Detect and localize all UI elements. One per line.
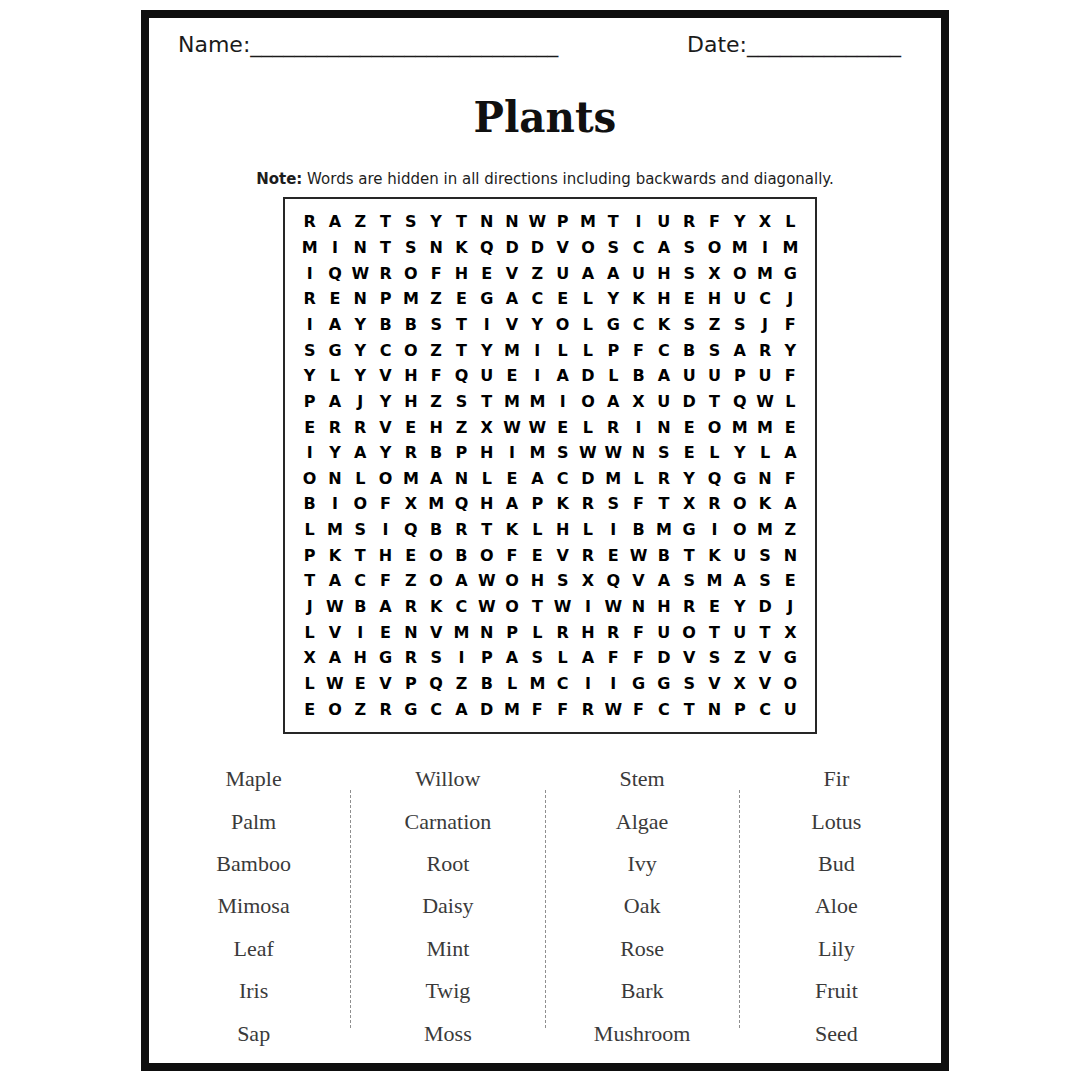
grid-cell-h15[interactable]: W — [474, 568, 499, 594]
grid-cell-s5[interactable]: J — [752, 312, 777, 338]
grid-cell-k7[interactable]: A — [550, 363, 575, 389]
grid-cell-f13[interactable]: B — [423, 517, 448, 543]
grid-cell-g3[interactable]: H — [449, 260, 474, 286]
grid-cell-c20[interactable]: Z — [348, 696, 373, 722]
grid-cell-e19[interactable]: P — [398, 671, 423, 697]
grid-cell-g19[interactable]: Z — [449, 671, 474, 697]
grid-cell-e11[interactable]: M — [398, 465, 423, 491]
grid-cell-p6[interactable]: B — [676, 337, 701, 363]
grid-cell-f6[interactable]: Z — [423, 337, 448, 363]
grid-cell-g2[interactable]: K — [449, 235, 474, 261]
grid-cell-b18[interactable]: A — [322, 645, 347, 671]
grid-cell-q13[interactable]: I — [702, 517, 727, 543]
grid-cell-c11[interactable]: L — [348, 465, 373, 491]
grid-cell-h7[interactable]: U — [474, 363, 499, 389]
grid-cell-l20[interactable]: R — [575, 696, 600, 722]
grid-cell-r7[interactable]: P — [727, 363, 752, 389]
grid-cell-c3[interactable]: W — [348, 260, 373, 286]
grid-cell-e5[interactable]: B — [398, 312, 423, 338]
grid-cell-t9[interactable]: E — [778, 414, 803, 440]
grid-cell-s14[interactable]: S — [752, 542, 777, 568]
grid-cell-i12[interactable]: A — [499, 491, 524, 517]
grid-cell-n20[interactable]: F — [626, 696, 651, 722]
grid-cell-j10[interactable]: M — [525, 440, 550, 466]
grid-cell-q16[interactable]: E — [702, 594, 727, 620]
grid-cell-t18[interactable]: G — [778, 645, 803, 671]
grid-cell-t4[interactable]: J — [778, 286, 803, 312]
grid-cell-b7[interactable]: L — [322, 363, 347, 389]
grid-cell-s19[interactable]: V — [752, 671, 777, 697]
grid-cell-b3[interactable]: Q — [322, 260, 347, 286]
grid-cell-c8[interactable]: J — [348, 389, 373, 415]
grid-cell-d1[interactable]: T — [373, 209, 398, 235]
grid-cell-m5[interactable]: G — [601, 312, 626, 338]
grid-cell-o11[interactable]: R — [651, 465, 676, 491]
grid-cell-s18[interactable]: V — [752, 645, 777, 671]
grid-cell-q19[interactable]: V — [702, 671, 727, 697]
grid-cell-a6[interactable]: S — [297, 337, 322, 363]
grid-cell-q20[interactable]: N — [702, 696, 727, 722]
grid-cell-g7[interactable]: Q — [449, 363, 474, 389]
grid-cell-b19[interactable]: W — [322, 671, 347, 697]
grid-cell-a19[interactable]: L — [297, 671, 322, 697]
grid-cell-l12[interactable]: R — [575, 491, 600, 517]
grid-cell-j6[interactable]: I — [525, 337, 550, 363]
grid-cell-h17[interactable]: N — [474, 619, 499, 645]
grid-cell-a13[interactable]: L — [297, 517, 322, 543]
grid-cell-s20[interactable]: C — [752, 696, 777, 722]
grid-cell-c1[interactable]: Z — [348, 209, 373, 235]
grid-cell-s10[interactable]: L — [752, 440, 777, 466]
grid-cell-l10[interactable]: W — [575, 440, 600, 466]
grid-cell-m12[interactable]: S — [601, 491, 626, 517]
grid-cell-f14[interactable]: O — [423, 542, 448, 568]
grid-cell-f19[interactable]: Q — [423, 671, 448, 697]
grid-cell-l1[interactable]: M — [575, 209, 600, 235]
grid-cell-a20[interactable]: E — [297, 696, 322, 722]
grid-cell-s2[interactable]: I — [752, 235, 777, 261]
grid-cell-t8[interactable]: L — [778, 389, 803, 415]
grid-cell-i20[interactable]: M — [499, 696, 524, 722]
grid-cell-h16[interactable]: W — [474, 594, 499, 620]
grid-cell-m8[interactable]: A — [601, 389, 626, 415]
grid-cell-j3[interactable]: Z — [525, 260, 550, 286]
grid-cell-t10[interactable]: A — [778, 440, 803, 466]
grid-cell-j8[interactable]: M — [525, 389, 550, 415]
grid-cell-a15[interactable]: T — [297, 568, 322, 594]
grid-cell-q17[interactable]: T — [702, 619, 727, 645]
grid-cell-h12[interactable]: H — [474, 491, 499, 517]
grid-cell-t14[interactable]: N — [778, 542, 803, 568]
grid-cell-k17[interactable]: R — [550, 619, 575, 645]
grid-cell-s17[interactable]: T — [752, 619, 777, 645]
grid-cell-n16[interactable]: N — [626, 594, 651, 620]
grid-cell-e17[interactable]: N — [398, 619, 423, 645]
grid-cell-t16[interactable]: J — [778, 594, 803, 620]
grid-cell-d12[interactable]: F — [373, 491, 398, 517]
grid-cell-c15[interactable]: C — [348, 568, 373, 594]
grid-cell-j20[interactable]: F — [525, 696, 550, 722]
grid-cell-d7[interactable]: V — [373, 363, 398, 389]
grid-cell-d5[interactable]: B — [373, 312, 398, 338]
grid-cell-i15[interactable]: O — [499, 568, 524, 594]
grid-cell-h8[interactable]: T — [474, 389, 499, 415]
grid-cell-i3[interactable]: V — [499, 260, 524, 286]
grid-cell-n4[interactable]: K — [626, 286, 651, 312]
grid-cell-t1[interactable]: L — [778, 209, 803, 235]
grid-cell-g15[interactable]: A — [449, 568, 474, 594]
grid-cell-o4[interactable]: H — [651, 286, 676, 312]
grid-cell-f4[interactable]: Z — [423, 286, 448, 312]
grid-cell-b8[interactable]: A — [322, 389, 347, 415]
grid-cell-a4[interactable]: R — [297, 286, 322, 312]
grid-cell-g14[interactable]: B — [449, 542, 474, 568]
grid-cell-n15[interactable]: V — [626, 568, 651, 594]
grid-cell-p1[interactable]: R — [676, 209, 701, 235]
grid-cell-b2[interactable]: I — [322, 235, 347, 261]
grid-cell-b9[interactable]: R — [322, 414, 347, 440]
grid-cell-i14[interactable]: F — [499, 542, 524, 568]
grid-cell-m9[interactable]: R — [601, 414, 626, 440]
grid-cell-t2[interactable]: M — [778, 235, 803, 261]
grid-cell-s7[interactable]: U — [752, 363, 777, 389]
grid-cell-p7[interactable]: U — [676, 363, 701, 389]
grid-cell-m4[interactable]: Y — [601, 286, 626, 312]
grid-cell-s1[interactable]: X — [752, 209, 777, 235]
grid-cell-b14[interactable]: K — [322, 542, 347, 568]
grid-cell-j4[interactable]: C — [525, 286, 550, 312]
grid-cell-g5[interactable]: T — [449, 312, 474, 338]
grid-cell-f11[interactable]: A — [423, 465, 448, 491]
grid-cell-k16[interactable]: W — [550, 594, 575, 620]
grid-cell-h20[interactable]: D — [474, 696, 499, 722]
grid-cell-n14[interactable]: W — [626, 542, 651, 568]
grid-cell-r18[interactable]: Z — [727, 645, 752, 671]
grid-cell-o1[interactable]: U — [651, 209, 676, 235]
grid-cell-j14[interactable]: E — [525, 542, 550, 568]
grid-cell-o14[interactable]: B — [651, 542, 676, 568]
grid-cell-l4[interactable]: L — [575, 286, 600, 312]
grid-cell-i5[interactable]: V — [499, 312, 524, 338]
grid-cell-s11[interactable]: N — [752, 465, 777, 491]
grid-cell-q12[interactable]: R — [702, 491, 727, 517]
grid-cell-h11[interactable]: L — [474, 465, 499, 491]
grid-cell-l6[interactable]: L — [575, 337, 600, 363]
grid-cell-d8[interactable]: Y — [373, 389, 398, 415]
grid-cell-d19[interactable]: V — [373, 671, 398, 697]
grid-cell-c12[interactable]: O — [348, 491, 373, 517]
grid-cell-f2[interactable]: N — [423, 235, 448, 261]
grid-cell-b6[interactable]: G — [322, 337, 347, 363]
grid-cell-o15[interactable]: A — [651, 568, 676, 594]
grid-cell-e10[interactable]: R — [398, 440, 423, 466]
grid-cell-i1[interactable]: N — [499, 209, 524, 235]
grid-cell-f3[interactable]: F — [423, 260, 448, 286]
grid-cell-f20[interactable]: C — [423, 696, 448, 722]
grid-cell-b12[interactable]: I — [322, 491, 347, 517]
grid-cell-o8[interactable]: U — [651, 389, 676, 415]
grid-cell-p2[interactable]: S — [676, 235, 701, 261]
grid-cell-o6[interactable]: C — [651, 337, 676, 363]
grid-cell-n6[interactable]: F — [626, 337, 651, 363]
grid-cell-h6[interactable]: Y — [474, 337, 499, 363]
grid-cell-q11[interactable]: Q — [702, 465, 727, 491]
grid-cell-q9[interactable]: O — [702, 414, 727, 440]
grid-cell-p10[interactable]: E — [676, 440, 701, 466]
grid-cell-f9[interactable]: H — [423, 414, 448, 440]
grid-cell-a5[interactable]: I — [297, 312, 322, 338]
grid-cell-c17[interactable]: I — [348, 619, 373, 645]
grid-cell-q7[interactable]: U — [702, 363, 727, 389]
grid-cell-l19[interactable]: I — [575, 671, 600, 697]
grid-cell-q10[interactable]: L — [702, 440, 727, 466]
grid-cell-e16[interactable]: R — [398, 594, 423, 620]
grid-cell-l11[interactable]: D — [575, 465, 600, 491]
grid-cell-i16[interactable]: O — [499, 594, 524, 620]
grid-cell-k11[interactable]: C — [550, 465, 575, 491]
grid-cell-c14[interactable]: T — [348, 542, 373, 568]
grid-cell-n2[interactable]: C — [626, 235, 651, 261]
grid-cell-g16[interactable]: C — [449, 594, 474, 620]
grid-cell-l13[interactable]: L — [575, 517, 600, 543]
grid-cell-o5[interactable]: K — [651, 312, 676, 338]
grid-cell-p5[interactable]: S — [676, 312, 701, 338]
grid-cell-h2[interactable]: Q — [474, 235, 499, 261]
grid-cell-m1[interactable]: T — [601, 209, 626, 235]
grid-cell-q15[interactable]: M — [702, 568, 727, 594]
grid-cell-p18[interactable]: V — [676, 645, 701, 671]
grid-cell-c9[interactable]: R — [348, 414, 373, 440]
grid-cell-d10[interactable]: Y — [373, 440, 398, 466]
grid-cell-m19[interactable]: I — [601, 671, 626, 697]
grid-cell-g12[interactable]: Q — [449, 491, 474, 517]
grid-cell-j1[interactable]: W — [525, 209, 550, 235]
grid-cell-n13[interactable]: B — [626, 517, 651, 543]
grid-cell-m15[interactable]: Q — [601, 568, 626, 594]
grid-cell-n8[interactable]: X — [626, 389, 651, 415]
grid-cell-p9[interactable]: E — [676, 414, 701, 440]
grid-cell-h3[interactable]: E — [474, 260, 499, 286]
grid-cell-p8[interactable]: D — [676, 389, 701, 415]
grid-cell-s4[interactable]: C — [752, 286, 777, 312]
grid-cell-n1[interactable]: I — [626, 209, 651, 235]
grid-cell-m6[interactable]: P — [601, 337, 626, 363]
grid-cell-l2[interactable]: O — [575, 235, 600, 261]
grid-cell-j7[interactable]: I — [525, 363, 550, 389]
grid-cell-r20[interactable]: P — [727, 696, 752, 722]
grid-cell-k13[interactable]: H — [550, 517, 575, 543]
grid-cell-f18[interactable]: S — [423, 645, 448, 671]
grid-cell-s15[interactable]: S — [752, 568, 777, 594]
grid-cell-k14[interactable]: V — [550, 542, 575, 568]
grid-cell-r19[interactable]: X — [727, 671, 752, 697]
grid-cell-o10[interactable]: S — [651, 440, 676, 466]
grid-cell-q14[interactable]: K — [702, 542, 727, 568]
grid-cell-b17[interactable]: V — [322, 619, 347, 645]
grid-cell-l15[interactable]: X — [575, 568, 600, 594]
grid-cell-o16[interactable]: H — [651, 594, 676, 620]
grid-cell-t20[interactable]: U — [778, 696, 803, 722]
grid-cell-j17[interactable]: L — [525, 619, 550, 645]
grid-cell-d13[interactable]: I — [373, 517, 398, 543]
grid-cell-d2[interactable]: T — [373, 235, 398, 261]
grid-cell-h4[interactable]: G — [474, 286, 499, 312]
grid-cell-f15[interactable]: O — [423, 568, 448, 594]
grid-cell-a7[interactable]: Y — [297, 363, 322, 389]
grid-cell-g9[interactable]: Z — [449, 414, 474, 440]
grid-cell-k10[interactable]: S — [550, 440, 575, 466]
grid-cell-l5[interactable]: L — [575, 312, 600, 338]
grid-cell-h1[interactable]: N — [474, 209, 499, 235]
grid-cell-p13[interactable]: G — [676, 517, 701, 543]
grid-cell-o13[interactable]: M — [651, 517, 676, 543]
grid-cell-d18[interactable]: G — [373, 645, 398, 671]
grid-cell-g13[interactable]: R — [449, 517, 474, 543]
grid-cell-r11[interactable]: G — [727, 465, 752, 491]
grid-cell-i4[interactable]: A — [499, 286, 524, 312]
grid-cell-q18[interactable]: S — [702, 645, 727, 671]
grid-cell-a11[interactable]: O — [297, 465, 322, 491]
grid-cell-d11[interactable]: O — [373, 465, 398, 491]
grid-cell-k18[interactable]: L — [550, 645, 575, 671]
grid-cell-h13[interactable]: T — [474, 517, 499, 543]
grid-cell-k8[interactable]: I — [550, 389, 575, 415]
grid-cell-c10[interactable]: A — [348, 440, 373, 466]
grid-cell-m20[interactable]: W — [601, 696, 626, 722]
grid-cell-p20[interactable]: T — [676, 696, 701, 722]
grid-cell-s16[interactable]: D — [752, 594, 777, 620]
grid-cell-s3[interactable]: M — [752, 260, 777, 286]
grid-cell-r13[interactable]: O — [727, 517, 752, 543]
grid-cell-k5[interactable]: O — [550, 312, 575, 338]
grid-cell-o12[interactable]: T — [651, 491, 676, 517]
grid-cell-j16[interactable]: T — [525, 594, 550, 620]
grid-cell-i18[interactable]: A — [499, 645, 524, 671]
grid-cell-o3[interactable]: H — [651, 260, 676, 286]
grid-cell-k19[interactable]: C — [550, 671, 575, 697]
grid-cell-p4[interactable]: E — [676, 286, 701, 312]
grid-cell-r4[interactable]: U — [727, 286, 752, 312]
grid-cell-l9[interactable]: L — [575, 414, 600, 440]
grid-cell-s13[interactable]: M — [752, 517, 777, 543]
grid-cell-j12[interactable]: P — [525, 491, 550, 517]
grid-cell-t15[interactable]: E — [778, 568, 803, 594]
grid-cell-h9[interactable]: X — [474, 414, 499, 440]
grid-cell-a2[interactable]: M — [297, 235, 322, 261]
grid-cell-o2[interactable]: A — [651, 235, 676, 261]
grid-cell-m7[interactable]: L — [601, 363, 626, 389]
grid-cell-n12[interactable]: F — [626, 491, 651, 517]
grid-cell-g10[interactable]: P — [449, 440, 474, 466]
grid-cell-r15[interactable]: A — [727, 568, 752, 594]
grid-cell-e3[interactable]: O — [398, 260, 423, 286]
grid-cell-a1[interactable]: R — [297, 209, 322, 235]
grid-cell-e20[interactable]: G — [398, 696, 423, 722]
grid-cell-g18[interactable]: I — [449, 645, 474, 671]
grid-cell-q3[interactable]: X — [702, 260, 727, 286]
grid-cell-a9[interactable]: E — [297, 414, 322, 440]
grid-cell-e1[interactable]: S — [398, 209, 423, 235]
grid-cell-j2[interactable]: D — [525, 235, 550, 261]
grid-cell-a3[interactable]: I — [297, 260, 322, 286]
grid-cell-b11[interactable]: N — [322, 465, 347, 491]
grid-cell-n9[interactable]: I — [626, 414, 651, 440]
grid-cell-l16[interactable]: I — [575, 594, 600, 620]
grid-cell-r2[interactable]: M — [727, 235, 752, 261]
grid-cell-m14[interactable]: E — [601, 542, 626, 568]
grid-cell-k9[interactable]: E — [550, 414, 575, 440]
grid-cell-i9[interactable]: W — [499, 414, 524, 440]
grid-cell-r8[interactable]: Q — [727, 389, 752, 415]
grid-cell-q6[interactable]: S — [702, 337, 727, 363]
grid-cell-e13[interactable]: Q — [398, 517, 423, 543]
grid-cell-g17[interactable]: M — [449, 619, 474, 645]
grid-cell-e9[interactable]: E — [398, 414, 423, 440]
grid-cell-c7[interactable]: Y — [348, 363, 373, 389]
grid-cell-n18[interactable]: F — [626, 645, 651, 671]
grid-cell-q8[interactable]: T — [702, 389, 727, 415]
grid-cell-g11[interactable]: N — [449, 465, 474, 491]
grid-cell-f8[interactable]: Z — [423, 389, 448, 415]
grid-cell-c13[interactable]: S — [348, 517, 373, 543]
grid-cell-k15[interactable]: S — [550, 568, 575, 594]
grid-cell-a12[interactable]: B — [297, 491, 322, 517]
grid-cell-p19[interactable]: S — [676, 671, 701, 697]
grid-cell-n10[interactable]: N — [626, 440, 651, 466]
grid-cell-h19[interactable]: B — [474, 671, 499, 697]
grid-cell-l14[interactable]: R — [575, 542, 600, 568]
grid-cell-p14[interactable]: T — [676, 542, 701, 568]
grid-cell-r6[interactable]: A — [727, 337, 752, 363]
grid-cell-t7[interactable]: F — [778, 363, 803, 389]
grid-cell-f16[interactable]: K — [423, 594, 448, 620]
grid-cell-n17[interactable]: F — [626, 619, 651, 645]
grid-cell-n3[interactable]: U — [626, 260, 651, 286]
grid-cell-p17[interactable]: O — [676, 619, 701, 645]
grid-cell-k3[interactable]: U — [550, 260, 575, 286]
grid-cell-k4[interactable]: E — [550, 286, 575, 312]
grid-cell-q5[interactable]: Z — [702, 312, 727, 338]
grid-cell-n7[interactable]: B — [626, 363, 651, 389]
grid-cell-n11[interactable]: L — [626, 465, 651, 491]
grid-cell-q4[interactable]: H — [702, 286, 727, 312]
grid-cell-s12[interactable]: K — [752, 491, 777, 517]
grid-cell-f7[interactable]: F — [423, 363, 448, 389]
grid-cell-b20[interactable]: O — [322, 696, 347, 722]
grid-cell-s9[interactable]: M — [752, 414, 777, 440]
grid-cell-i8[interactable]: M — [499, 389, 524, 415]
grid-cell-j18[interactable]: S — [525, 645, 550, 671]
grid-cell-l18[interactable]: A — [575, 645, 600, 671]
grid-cell-m17[interactable]: R — [601, 619, 626, 645]
grid-cell-f5[interactable]: S — [423, 312, 448, 338]
grid-cell-j5[interactable]: Y — [525, 312, 550, 338]
grid-cell-t12[interactable]: A — [778, 491, 803, 517]
grid-cell-m18[interactable]: F — [601, 645, 626, 671]
grid-cell-t6[interactable]: Y — [778, 337, 803, 363]
grid-cell-k2[interactable]: V — [550, 235, 575, 261]
grid-cell-n5[interactable]: C — [626, 312, 651, 338]
grid-cell-o19[interactable]: G — [651, 671, 676, 697]
grid-cell-o7[interactable]: A — [651, 363, 676, 389]
grid-cell-g8[interactable]: S — [449, 389, 474, 415]
grid-cell-s8[interactable]: W — [752, 389, 777, 415]
grid-cell-f12[interactable]: M — [423, 491, 448, 517]
grid-cell-e4[interactable]: M — [398, 286, 423, 312]
grid-cell-o9[interactable]: N — [651, 414, 676, 440]
grid-cell-g20[interactable]: A — [449, 696, 474, 722]
grid-cell-m10[interactable]: W — [601, 440, 626, 466]
